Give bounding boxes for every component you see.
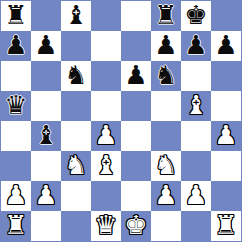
square-c6[interactable]: ♞ [61,61,91,91]
square-f4[interactable] [151,121,181,151]
black-pawn[interactable]: ♟ [124,60,147,90]
black-rook[interactable]: ♜ [4,0,27,30]
square-f6[interactable]: ♞ [151,61,181,91]
square-d1[interactable]: ♛ [91,211,121,241]
square-g6[interactable] [181,61,211,91]
square-d7[interactable] [91,31,121,61]
white-knight[interactable]: ♞ [64,150,87,180]
square-h6[interactable] [211,61,241,91]
white-pawn[interactable]: ♟ [94,120,117,150]
square-b2[interactable]: ♟ [31,181,61,211]
black-pawn[interactable]: ♟ [154,30,177,60]
black-bishop[interactable]: ♝ [64,0,87,30]
square-h5[interactable] [211,91,241,121]
black-queen[interactable]: ♛ [4,90,27,120]
white-pawn[interactable]: ♟ [34,180,57,210]
square-f5[interactable] [151,91,181,121]
square-e8[interactable] [121,1,151,31]
square-b6[interactable] [31,61,61,91]
square-b7[interactable]: ♟ [31,31,61,61]
square-e7[interactable] [121,31,151,61]
square-e6[interactable]: ♟ [121,61,151,91]
chess-board: ♜♝♜♚♟♟♟♟♟♞♟♞♛♝♝♟♟♞♝♞♟♟♟♟♜♛♚♜ [0,0,242,242]
square-g8[interactable]: ♚ [181,1,211,31]
white-pawn[interactable]: ♟ [184,180,207,210]
square-b4[interactable]: ♝ [31,121,61,151]
white-pawn[interactable]: ♟ [154,180,177,210]
square-g1[interactable] [181,211,211,241]
square-b5[interactable] [31,91,61,121]
square-b3[interactable] [31,151,61,181]
square-c8[interactable]: ♝ [61,1,91,31]
square-g4[interactable] [181,121,211,151]
square-b1[interactable] [31,211,61,241]
square-e4[interactable] [121,121,151,151]
square-c1[interactable] [61,211,91,241]
black-rook[interactable]: ♜ [154,0,177,30]
square-d6[interactable] [91,61,121,91]
square-f8[interactable]: ♜ [151,1,181,31]
black-bishop[interactable]: ♝ [34,120,57,150]
square-c5[interactable] [61,91,91,121]
square-f3[interactable]: ♞ [151,151,181,181]
square-a7[interactable]: ♟ [1,31,31,61]
square-a6[interactable] [1,61,31,91]
square-h7[interactable]: ♟ [211,31,241,61]
square-d2[interactable] [91,181,121,211]
square-a4[interactable] [1,121,31,151]
square-a1[interactable]: ♜ [1,211,31,241]
white-pawn[interactable]: ♟ [4,180,27,210]
square-g5[interactable]: ♝ [181,91,211,121]
black-pawn[interactable]: ♟ [214,30,237,60]
black-knight[interactable]: ♞ [64,60,87,90]
black-pawn[interactable]: ♟ [34,30,57,60]
square-e2[interactable] [121,181,151,211]
square-d3[interactable]: ♝ [91,151,121,181]
square-c3[interactable]: ♞ [61,151,91,181]
square-c2[interactable] [61,181,91,211]
square-h4[interactable]: ♟ [211,121,241,151]
square-e5[interactable] [121,91,151,121]
square-a5[interactable]: ♛ [1,91,31,121]
square-f1[interactable] [151,211,181,241]
square-a2[interactable]: ♟ [1,181,31,211]
square-b8[interactable] [31,1,61,31]
square-e3[interactable] [121,151,151,181]
square-h1[interactable]: ♜ [211,211,241,241]
black-knight[interactable]: ♞ [154,60,177,90]
square-d4[interactable]: ♟ [91,121,121,151]
square-c7[interactable] [61,31,91,61]
white-rook[interactable]: ♜ [214,210,237,240]
square-d5[interactable] [91,91,121,121]
white-knight[interactable]: ♞ [154,150,177,180]
square-g3[interactable] [181,151,211,181]
square-h2[interactable] [211,181,241,211]
square-f7[interactable]: ♟ [151,31,181,61]
white-bishop[interactable]: ♝ [184,90,207,120]
square-a3[interactable] [1,151,31,181]
square-e1[interactable]: ♚ [121,211,151,241]
square-h3[interactable] [211,151,241,181]
black-pawn[interactable]: ♟ [4,30,27,60]
black-pawn[interactable]: ♟ [184,30,207,60]
square-d8[interactable] [91,1,121,31]
black-king[interactable]: ♚ [184,0,207,30]
white-queen[interactable]: ♛ [94,210,117,240]
square-f2[interactable]: ♟ [151,181,181,211]
square-c4[interactable] [61,121,91,151]
white-king[interactable]: ♚ [124,210,147,240]
white-pawn[interactable]: ♟ [214,120,237,150]
square-g7[interactable]: ♟ [181,31,211,61]
square-a8[interactable]: ♜ [1,1,31,31]
square-h8[interactable] [211,1,241,31]
white-rook[interactable]: ♜ [4,210,27,240]
square-g2[interactable]: ♟ [181,181,211,211]
white-bishop[interactable]: ♝ [94,150,117,180]
